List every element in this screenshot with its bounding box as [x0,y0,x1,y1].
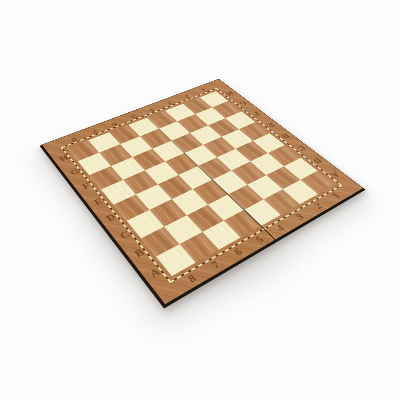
product-photo-canvas: HH88GG77FF66EE55DD44CC33BB22AA11 [0,0,400,400]
rank-label-top-1: 1 [199,87,208,93]
rank-label-bottom-1: 1 [329,191,342,201]
rank-label-bottom-8: 8 [185,272,199,285]
rank-label-top-2: 2 [183,93,193,99]
rank-label-top-7: 7 [90,128,100,135]
rank-label-top-8: 8 [69,135,79,143]
rank-label-bottom-4: 4 [273,222,286,233]
rank-label-top-3: 3 [165,100,175,106]
rank-label-bottom-6: 6 [231,246,245,258]
rank-label-bottom-2: 2 [311,201,324,211]
rank-label-bottom-3: 3 [293,211,306,221]
rank-label-top-6: 6 [110,120,120,127]
rank-label-top-5: 5 [129,113,139,120]
rank-label-bottom-7: 7 [209,258,223,270]
rank-label-top-4: 4 [148,106,158,113]
rank-label-bottom-5: 5 [253,234,267,245]
